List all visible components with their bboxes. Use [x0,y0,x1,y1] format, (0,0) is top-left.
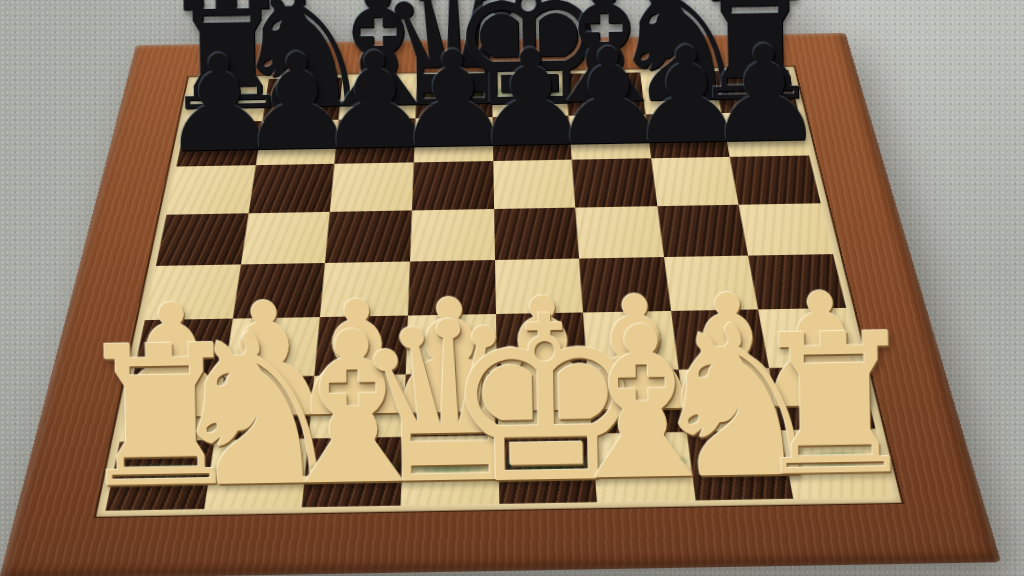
piece-white-rook-h1[interactable]: ♜ [746,307,923,504]
chess-photo-scene: ♜♞♝♛♚♝♞♜♟♟♟♟♟♟♟♟♟♟♟♟♟♟♟♟♜♞♝♛♚♝♞♜ [0,0,1024,576]
square-f5[interactable] [575,206,663,258]
square-c5[interactable] [325,210,412,262]
square-h5[interactable] [739,203,833,255]
rook-icon: ♜ [746,307,923,504]
board-perspective-wrapper: ♜♞♝♛♚♝♞♜♟♟♟♟♟♟♟♟♟♟♟♟♟♟♟♟♜♞♝♛♚♝♞♜ [0,0,1024,576]
piece-black-pawn-h7[interactable]: ♟ [704,27,825,162]
square-b5[interactable] [241,212,330,264]
square-a5[interactable] [156,213,248,265]
pawn-icon: ♟ [704,27,825,162]
square-d5[interactable] [410,209,495,261]
square-g5[interactable] [657,204,748,256]
square-e5[interactable] [494,207,579,259]
